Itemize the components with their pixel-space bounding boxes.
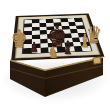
- square: [82, 46, 92, 51]
- chess-set-photo: ♚ ♟ ♚ ♞ ♝ ♝ ♛: [0, 0, 110, 110]
- brass-latch: [92, 56, 101, 64]
- board-squares: [22, 18, 93, 55]
- board-rim: [11, 14, 104, 61]
- square: [32, 48, 41, 53]
- square: [23, 48, 32, 53]
- chess-board: [11, 14, 104, 61]
- board-border: [15, 15, 101, 59]
